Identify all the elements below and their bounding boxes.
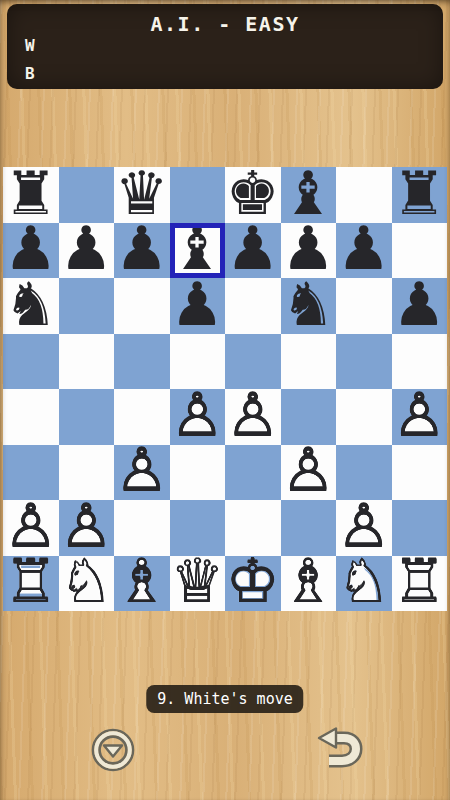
piece-white-bishop: ♝♗ bbox=[281, 556, 337, 612]
square-h8[interactable]: ♜ bbox=[392, 167, 448, 223]
square-b4[interactable] bbox=[59, 389, 115, 445]
piece-black-rook: ♜ bbox=[392, 167, 448, 223]
square-g7[interactable]: ♟ bbox=[336, 223, 392, 279]
piece-white-rook: ♜♖ bbox=[3, 556, 59, 612]
square-a5[interactable] bbox=[3, 334, 59, 390]
piece-black-pawn: ♟ bbox=[59, 223, 115, 279]
square-h6[interactable]: ♟ bbox=[392, 278, 448, 334]
square-e3[interactable] bbox=[225, 445, 281, 501]
piece-white-rook: ♜♖ bbox=[392, 556, 448, 612]
undo-arrow-icon bbox=[314, 725, 364, 773]
square-c7[interactable]: ♟ bbox=[114, 223, 170, 279]
square-g4[interactable] bbox=[336, 389, 392, 445]
square-a4[interactable] bbox=[3, 389, 59, 445]
piece-black-knight: ♞ bbox=[281, 278, 337, 334]
game-mode-title: A.I. - EASY bbox=[7, 12, 443, 36]
piece-white-pawn: ♟♙ bbox=[114, 445, 170, 501]
square-a6[interactable]: ♞ bbox=[3, 278, 59, 334]
square-f1[interactable]: ♝♗ bbox=[281, 556, 337, 612]
square-e7[interactable]: ♟ bbox=[225, 223, 281, 279]
move-status-text: 9. White's move bbox=[157, 690, 292, 708]
square-h1[interactable]: ♜♖ bbox=[392, 556, 448, 612]
chess-board: ♜♛♚♝♜♟♟♟♝♟♟♟♞♟♞♟♟♙♟♙♟♙♟♙♟♙♟♙♟♙♟♙♜♖♞♘♝♗♛♕… bbox=[3, 167, 447, 611]
undo-button[interactable] bbox=[314, 725, 364, 773]
black-player-label: B bbox=[25, 64, 35, 83]
piece-white-pawn: ♟♙ bbox=[170, 389, 226, 445]
circled-down-arrow-icon bbox=[90, 727, 136, 773]
square-b7[interactable]: ♟ bbox=[59, 223, 115, 279]
square-c3[interactable]: ♟♙ bbox=[114, 445, 170, 501]
square-f5[interactable] bbox=[281, 334, 337, 390]
square-d6[interactable]: ♟ bbox=[170, 278, 226, 334]
piece-white-bishop: ♝♗ bbox=[114, 556, 170, 612]
piece-white-knight: ♞♘ bbox=[59, 556, 115, 612]
square-g1[interactable]: ♞♘ bbox=[336, 556, 392, 612]
white-player-label: W bbox=[25, 36, 35, 55]
square-b1[interactable]: ♞♘ bbox=[59, 556, 115, 612]
square-g5[interactable] bbox=[336, 334, 392, 390]
square-h4[interactable]: ♟♙ bbox=[392, 389, 448, 445]
square-e1[interactable]: ♚♔ bbox=[225, 556, 281, 612]
piece-black-pawn: ♟ bbox=[170, 278, 226, 334]
piece-black-pawn: ♟ bbox=[392, 278, 448, 334]
piece-white-pawn: ♟♙ bbox=[225, 389, 281, 445]
game-info-panel: A.I. - EASY W B bbox=[7, 4, 443, 89]
down-arrow-button[interactable] bbox=[90, 727, 136, 773]
piece-black-pawn: ♟ bbox=[114, 223, 170, 279]
square-g6[interactable] bbox=[336, 278, 392, 334]
square-f6[interactable]: ♞ bbox=[281, 278, 337, 334]
square-e4[interactable]: ♟♙ bbox=[225, 389, 281, 445]
move-status-bubble: 9. White's move bbox=[146, 685, 303, 713]
piece-black-pawn: ♟ bbox=[225, 223, 281, 279]
piece-white-pawn: ♟♙ bbox=[281, 445, 337, 501]
square-b6[interactable] bbox=[59, 278, 115, 334]
square-c6[interactable] bbox=[114, 278, 170, 334]
square-d1[interactable]: ♛♕ bbox=[170, 556, 226, 612]
square-f3[interactable]: ♟♙ bbox=[281, 445, 337, 501]
square-h3[interactable] bbox=[392, 445, 448, 501]
square-e6[interactable] bbox=[225, 278, 281, 334]
piece-black-pawn: ♟ bbox=[336, 223, 392, 279]
piece-white-king: ♚♔ bbox=[225, 556, 281, 612]
square-c1[interactable]: ♝♗ bbox=[114, 556, 170, 612]
square-d3[interactable] bbox=[170, 445, 226, 501]
square-a1[interactable]: ♜♖ bbox=[3, 556, 59, 612]
piece-white-knight: ♞♘ bbox=[336, 556, 392, 612]
piece-white-pawn: ♟♙ bbox=[392, 389, 448, 445]
piece-white-queen: ♛♕ bbox=[170, 556, 226, 612]
piece-black-knight: ♞ bbox=[3, 278, 59, 334]
square-c5[interactable] bbox=[114, 334, 170, 390]
square-b5[interactable] bbox=[59, 334, 115, 390]
square-d4[interactable]: ♟♙ bbox=[170, 389, 226, 445]
